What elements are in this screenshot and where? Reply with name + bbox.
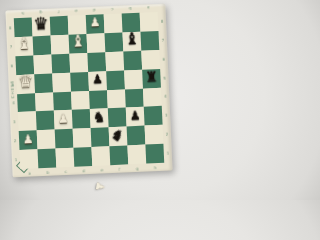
piece-white-bishop-a7[interactable]: ♝ [16,36,31,53]
piece-black-bishop-g7[interactable]: ♝ [124,31,139,48]
file-label: d [93,8,96,13]
piece-black-knight-e3[interactable]: ♞ [93,109,106,124]
file-label: b [46,169,49,174]
rank-label: 3 [165,113,168,118]
rank-label: 8 [161,19,164,24]
piece-black-rook-h5[interactable]: ♜ [145,69,158,84]
file-label: b [129,7,132,12]
piece-black-pawn-g3[interactable]: ♟ [129,109,140,121]
piece-white-bishop-d7[interactable]: ♝ [70,34,85,51]
file-label: e [101,167,104,172]
rank-label: 2 [14,138,17,143]
rank-label: 6 [162,56,165,61]
file-label: a [147,6,150,11]
chess-board: abcdefgh abcdefgh 87654321 87654321 CHES… [5,4,172,178]
rank-label: 7 [161,37,164,42]
file-label: h [154,165,157,170]
piece-white-pawn-a2[interactable]: ♟ [22,133,33,145]
piece-black-pawn-e5[interactable]: ♟ [92,73,103,85]
file-label: g [136,165,139,170]
piece-white-pawn-e8[interactable]: ♟ [89,16,100,28]
file-label: d [82,168,85,173]
file-label: c [111,7,113,12]
pieces-layer: ♛♟♝♝♝♛♟♜♟♞♟♟♞ [14,12,164,169]
piece-white-queen-a5[interactable]: ♛ [18,73,34,91]
file-label: h [21,11,24,16]
rank-label: 7 [10,44,13,49]
file-label: e [75,9,78,14]
piece-black-queen-b8[interactable]: ♛ [33,16,49,34]
rank-label: 1 [166,151,169,156]
fallen-white-pawn[interactable]: ♟ [94,181,107,193]
piece-black-knight-f2[interactable]: ♞ [109,125,127,144]
piece-white-pawn-c3[interactable]: ♟ [58,112,69,124]
rank-label: 4 [164,94,167,99]
rank-label: 8 [9,25,12,30]
file-label: c [65,169,67,174]
rank-label: 2 [166,132,169,137]
file-label: f [58,10,60,15]
file-label: f [119,166,121,171]
rank-label: 5 [163,75,166,80]
rank-label: 3 [13,120,16,125]
